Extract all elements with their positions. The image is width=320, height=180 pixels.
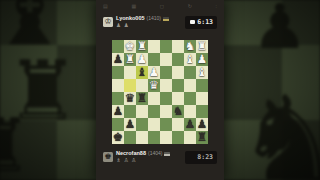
bottom-player-bar: ♚ Necrofan88 (1404) ♗ ♙ ♙ 8:23 <box>103 147 217 167</box>
black-king-piece: ♚ <box>112 131 124 144</box>
top-player-flag-icon <box>163 17 169 21</box>
white-bishop-piece: ♝ <box>196 66 208 79</box>
black-bishop-piece: ♝ <box>136 66 148 79</box>
black-rook-piece: ♜ <box>136 92 148 105</box>
square-r7c3[interactable] <box>136 118 148 131</box>
square-r6c4[interactable] <box>148 105 160 118</box>
phone-screen: ▤▦◻↻: ♔ Lyonko005 (1410) ♟ ♟ 6:13 ♚♜♞♜♟♜… <box>96 0 224 180</box>
square-r3c5[interactable] <box>160 66 172 79</box>
square-r5c2[interactable]: ♛ <box>124 92 136 105</box>
square-r1c7[interactable]: ♞ <box>184 40 196 53</box>
square-r8c3[interactable] <box>136 131 148 144</box>
square-r6c1[interactable]: ♟ <box>112 105 124 118</box>
square-r2c1[interactable]: ♟ <box>112 53 124 66</box>
statusbar-icon: : <box>216 4 217 9</box>
square-r7c4[interactable] <box>148 118 160 131</box>
square-r1c2[interactable]: ♚ <box>124 40 136 53</box>
top-player-avatar[interactable]: ♔ <box>103 17 113 27</box>
white-king-piece: ♚ <box>124 40 136 53</box>
square-r5c6[interactable] <box>172 92 184 105</box>
square-r2c8[interactable]: ♟ <box>196 53 208 66</box>
square-r7c8[interactable]: ♟ <box>196 118 208 131</box>
white-queen-piece: ♛ <box>148 79 160 92</box>
square-r2c5[interactable] <box>160 53 172 66</box>
square-r6c6[interactable]: ♞ <box>172 105 184 118</box>
square-r7c2[interactable]: ♟ <box>124 118 136 131</box>
white-rook-piece: ♜ <box>124 53 136 66</box>
black-pawn-piece: ♟ <box>112 105 124 118</box>
square-r1c4[interactable] <box>148 40 160 53</box>
square-r8c2[interactable] <box>124 131 136 144</box>
black-pawn-piece: ♟ <box>112 53 124 66</box>
square-r3c7[interactable] <box>184 66 196 79</box>
square-r7c6[interactable] <box>172 118 184 131</box>
square-r2c2[interactable]: ♜ <box>124 53 136 66</box>
square-r4c5[interactable] <box>160 79 172 92</box>
square-r2c7[interactable]: ♝ <box>184 53 196 66</box>
statusbar-icon: ▦ <box>131 4 136 9</box>
black-rook-piece: ♜ <box>196 131 208 144</box>
black-pawn-piece: ♟ <box>124 118 136 131</box>
square-r6c7[interactable] <box>184 105 196 118</box>
top-player-rating: (1410) <box>147 16 161 21</box>
bottom-player-avatar[interactable]: ♚ <box>103 152 113 162</box>
square-r7c7[interactable]: ♟ <box>184 118 196 131</box>
square-r3c3[interactable]: ♝ <box>136 66 148 79</box>
bottom-player-flag-icon <box>164 152 170 156</box>
status-bar: ▤▦◻↻: <box>96 3 224 10</box>
black-pawn-piece: ♟ <box>196 118 208 131</box>
square-r8c4[interactable] <box>148 131 160 144</box>
square-r8c1[interactable]: ♚ <box>112 131 124 144</box>
square-r6c3[interactable] <box>136 105 148 118</box>
square-r4c3[interactable] <box>136 79 148 92</box>
square-r4c6[interactable] <box>172 79 184 92</box>
top-player-name: Lyonko005 <box>116 16 145 22</box>
bottom-player-clock: 8:23 <box>185 151 217 164</box>
black-knight-piece: ♞ <box>172 105 184 118</box>
white-pawn-piece: ♟ <box>148 66 160 79</box>
square-r8c7[interactable] <box>184 131 196 144</box>
square-r6c8[interactable] <box>196 105 208 118</box>
square-r5c1[interactable] <box>112 92 124 105</box>
square-r8c6[interactable] <box>172 131 184 144</box>
bottom-player-name: Necrofan88 <box>116 151 146 157</box>
white-rook-piece: ♜ <box>196 40 208 53</box>
white-pawn-piece: ♟ <box>196 53 208 66</box>
bottom-player-captured-pieces: ♗ ♙ ♙ <box>116 158 182 164</box>
square-r4c1[interactable] <box>112 79 124 92</box>
square-r3c1[interactable] <box>112 66 124 79</box>
white-rook-piece: ♜ <box>136 40 148 53</box>
square-r7c5[interactable] <box>160 118 172 131</box>
square-r3c4[interactable]: ♟ <box>148 66 160 79</box>
top-player-clock: 6:13 <box>185 16 217 29</box>
black-pawn-piece: ♟ <box>184 118 196 131</box>
statusbar-icon: ▤ <box>103 4 108 9</box>
white-knight-piece: ♞ <box>184 40 196 53</box>
square-r1c1[interactable] <box>112 40 124 53</box>
square-r8c5[interactable] <box>160 131 172 144</box>
square-r4c8[interactable] <box>196 79 208 92</box>
square-r6c2[interactable] <box>124 105 136 118</box>
square-r3c8[interactable]: ♝ <box>196 66 208 79</box>
white-pawn-piece: ♟ <box>136 53 148 66</box>
square-r3c6[interactable] <box>172 66 184 79</box>
white-bishop-piece: ♝ <box>184 53 196 66</box>
top-player-captured-pieces: ♟ ♟ <box>116 23 182 29</box>
square-r7c1[interactable] <box>112 118 124 131</box>
black-queen-piece: ♛ <box>124 92 136 105</box>
square-r1c3[interactable]: ♜ <box>136 40 148 53</box>
square-r4c4[interactable]: ♛ <box>148 79 160 92</box>
square-r2c6[interactable] <box>172 53 184 66</box>
square-r2c4[interactable] <box>148 53 160 66</box>
square-r5c4[interactable] <box>148 92 160 105</box>
white-to-move-indicator <box>190 20 195 25</box>
square-r5c8[interactable] <box>196 92 208 105</box>
statusbar-icon: ◻ <box>160 4 164 9</box>
square-r5c5[interactable] <box>160 92 172 105</box>
square-r5c7[interactable] <box>184 92 196 105</box>
top-player-bar: ♔ Lyonko005 (1410) ♟ ♟ 6:13 <box>103 12 217 32</box>
square-r6c5[interactable] <box>160 105 172 118</box>
chess-board[interactable]: ♚♜♞♜♟♜♟♝♟♝♟♝♛♛♜♟♞♟♟♟♚♜ <box>112 40 208 144</box>
square-r5c3[interactable]: ♜ <box>136 92 148 105</box>
square-r4c2[interactable] <box>124 79 136 92</box>
bottom-player-rating: (1404) <box>148 151 162 156</box>
statusbar-icon: ↻ <box>188 4 192 9</box>
square-r2c3[interactable]: ♟ <box>136 53 148 66</box>
square-r8c8[interactable]: ♜ <box>196 131 208 144</box>
square-r3c2[interactable] <box>124 66 136 79</box>
square-r1c8[interactable]: ♜ <box>196 40 208 53</box>
square-r4c7[interactable] <box>184 79 196 92</box>
square-r1c6[interactable] <box>172 40 184 53</box>
square-r1c5[interactable] <box>160 40 172 53</box>
